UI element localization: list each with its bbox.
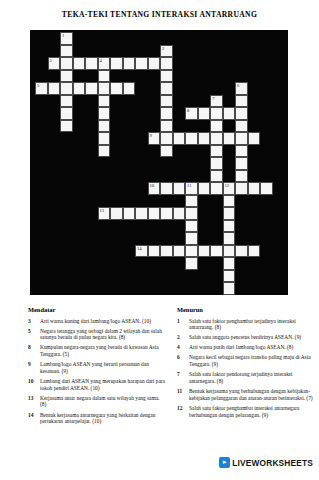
black-cell bbox=[160, 32, 173, 45]
liveworksheets-logo-text: LIVEWORKSHEETS bbox=[232, 458, 313, 468]
black-cell bbox=[148, 282, 161, 295]
clue-num-label: 1 bbox=[177, 318, 186, 331]
black-cell bbox=[235, 45, 248, 58]
cell-r5c10[interactable] bbox=[160, 95, 173, 108]
cell-r8c12[interactable] bbox=[185, 132, 198, 145]
black-cell bbox=[48, 132, 61, 145]
black-cell bbox=[185, 45, 198, 58]
clue-number-9: 9 bbox=[150, 133, 152, 138]
black-cell bbox=[160, 170, 173, 183]
black-cell bbox=[223, 170, 236, 183]
cell-r12c13[interactable] bbox=[198, 182, 211, 195]
down-clue-11: 11Bentuk kerjasama yang berhubungan deng… bbox=[177, 388, 314, 401]
clue-text: Salah satu anggota pencetus berdirinya A… bbox=[186, 334, 314, 341]
black-cell bbox=[110, 107, 123, 120]
cell-r8c13[interactable] bbox=[198, 132, 211, 145]
black-cell bbox=[198, 257, 211, 270]
clue-number-5: 5 bbox=[37, 83, 39, 88]
cell-r6c13[interactable] bbox=[198, 107, 211, 120]
black-cell bbox=[148, 220, 161, 233]
cell-r5c14[interactable]: 7 bbox=[210, 95, 223, 108]
black-cell bbox=[48, 195, 61, 208]
black-cell bbox=[35, 45, 48, 58]
cell-r14c9[interactable] bbox=[148, 207, 161, 220]
cell-r4c7[interactable] bbox=[123, 82, 136, 95]
black-cell bbox=[35, 170, 48, 183]
black-cell bbox=[210, 57, 223, 70]
black-cell bbox=[48, 107, 61, 120]
cell-r17c12[interactable] bbox=[185, 245, 198, 258]
cell-r17c15[interactable] bbox=[223, 245, 236, 258]
cell-r3c5[interactable] bbox=[98, 70, 111, 83]
cell-r2c4[interactable] bbox=[85, 57, 98, 70]
black-cell bbox=[210, 195, 223, 208]
cell-r2c10[interactable] bbox=[160, 57, 173, 70]
across-clue-list: 3Arti warna kuning dari lambang/logo ASE… bbox=[28, 318, 165, 425]
black-cell bbox=[210, 270, 223, 283]
black-cell bbox=[135, 220, 148, 233]
down-clue-list: 1Salah satu faktor penghambat terjadinya… bbox=[177, 318, 314, 419]
cell-r8c11[interactable] bbox=[173, 132, 186, 145]
cell-r17c17[interactable] bbox=[248, 245, 261, 258]
black-cell bbox=[85, 45, 98, 58]
black-cell bbox=[235, 32, 248, 45]
clue-number-7: 7 bbox=[212, 96, 214, 101]
cell-r12c14[interactable] bbox=[210, 182, 223, 195]
cell-r8c10[interactable] bbox=[160, 132, 173, 145]
black-cell bbox=[160, 257, 173, 270]
black-cell bbox=[85, 120, 98, 133]
black-cell bbox=[85, 95, 98, 108]
black-cell bbox=[260, 270, 273, 283]
black-cell bbox=[60, 157, 73, 170]
black-cell bbox=[73, 45, 86, 58]
cell-r17c16[interactable] bbox=[235, 245, 248, 258]
clue-num-label: 14 bbox=[28, 412, 37, 425]
black-cell bbox=[110, 232, 123, 245]
black-cell bbox=[260, 82, 273, 95]
black-cell bbox=[248, 170, 261, 183]
black-cell bbox=[235, 57, 248, 70]
black-cell bbox=[60, 182, 73, 195]
black-cell bbox=[148, 107, 161, 120]
black-cell bbox=[35, 245, 48, 258]
cell-r14c6[interactable] bbox=[110, 207, 123, 220]
black-cell bbox=[260, 32, 273, 45]
black-cell bbox=[123, 270, 136, 283]
black-cell bbox=[185, 57, 198, 70]
black-cell bbox=[135, 132, 148, 145]
black-cell bbox=[135, 170, 148, 183]
black-cell bbox=[198, 232, 211, 245]
clue-number-2: 2 bbox=[162, 46, 164, 51]
black-cell bbox=[260, 120, 273, 133]
cell-r14c12[interactable] bbox=[185, 207, 198, 220]
cell-r11c16[interactable] bbox=[235, 170, 248, 183]
black-cell bbox=[260, 57, 273, 70]
across-clue-5: 5Negara tetangga yang terbagi dalam 2 wi… bbox=[28, 328, 165, 341]
cell-r10c14[interactable] bbox=[210, 157, 223, 170]
black-cell bbox=[85, 270, 98, 283]
black-cell bbox=[185, 32, 198, 45]
cell-r4c5[interactable] bbox=[98, 82, 111, 95]
black-cell bbox=[198, 220, 211, 233]
clue-text: Negara kecil sebagai negara transito pal… bbox=[186, 354, 314, 367]
black-cell bbox=[198, 207, 211, 220]
cell-r1c2[interactable] bbox=[60, 45, 73, 58]
black-cell bbox=[110, 195, 123, 208]
black-cell bbox=[148, 45, 161, 58]
cell-r12c12[interactable]: 11 bbox=[185, 182, 198, 195]
cell-r8c5[interactable] bbox=[98, 132, 111, 145]
down-clue-4: 4Arti warna putih dari lambang/logo ASEA… bbox=[177, 344, 314, 351]
across-clue-10: 10Lambang dari ASEAN yang merupakan hara… bbox=[28, 378, 165, 391]
black-cell bbox=[85, 207, 98, 220]
black-cell bbox=[135, 70, 148, 83]
black-cell bbox=[248, 220, 261, 233]
across-clue-14: 14Bentuk kerjasama antarnegara yang berk… bbox=[28, 412, 165, 425]
black-cell bbox=[260, 132, 273, 145]
clue-text: Arti warna kuning dari lambang/logo ASEA… bbox=[37, 318, 165, 325]
black-cell bbox=[123, 157, 136, 170]
clue-num-label: 7 bbox=[177, 371, 186, 384]
black-cell bbox=[135, 157, 148, 170]
cell-r6c10[interactable] bbox=[160, 107, 173, 120]
cell-r8c9[interactable]: 9 bbox=[148, 132, 161, 145]
clue-number-13: 13 bbox=[100, 208, 105, 213]
black-cell bbox=[123, 282, 136, 295]
black-cell bbox=[210, 220, 223, 233]
cell-r12c18[interactable] bbox=[260, 182, 273, 195]
black-cell bbox=[223, 45, 236, 58]
cell-r11c14[interactable] bbox=[210, 170, 223, 183]
black-cell bbox=[123, 182, 136, 195]
black-cell bbox=[235, 70, 248, 83]
black-cell bbox=[35, 132, 48, 145]
cell-r15c15[interactable] bbox=[223, 220, 236, 233]
black-cell bbox=[48, 157, 61, 170]
black-cell bbox=[123, 120, 136, 133]
black-cell bbox=[48, 245, 61, 258]
black-cell bbox=[73, 282, 86, 295]
cell-r6c15[interactable] bbox=[223, 107, 236, 120]
black-cell bbox=[48, 232, 61, 245]
black-cell bbox=[260, 207, 273, 220]
cell-r4c0[interactable]: 5 bbox=[35, 82, 48, 95]
cell-r4c10[interactable] bbox=[160, 82, 173, 95]
clue-num-label: 5 bbox=[28, 328, 37, 341]
black-cell bbox=[173, 282, 186, 295]
black-cell bbox=[98, 45, 111, 58]
black-cell bbox=[198, 32, 211, 45]
cell-r12c15[interactable]: 12 bbox=[223, 182, 236, 195]
black-cell bbox=[185, 157, 198, 170]
cell-r12c11[interactable] bbox=[173, 182, 186, 195]
black-cell bbox=[85, 195, 98, 208]
black-cell bbox=[60, 132, 73, 145]
black-cell bbox=[73, 70, 86, 83]
black-cell bbox=[73, 145, 86, 158]
cell-r4c2[interactable] bbox=[60, 82, 73, 95]
across-clue-13: 13Kerjasama antar negara dalam satu wila… bbox=[28, 395, 165, 408]
cell-r12c10[interactable] bbox=[160, 182, 173, 195]
black-cell bbox=[98, 157, 111, 170]
black-cell bbox=[135, 32, 148, 45]
across-clue-9: 9Lambang/logo ASEAN yang berarti persatu… bbox=[28, 361, 165, 374]
cell-r14c8[interactable] bbox=[135, 207, 148, 220]
cell-r7c14[interactable] bbox=[210, 120, 223, 133]
clue-num-label: 6 bbox=[177, 354, 186, 367]
black-cell bbox=[148, 195, 161, 208]
cell-r2c3[interactable] bbox=[73, 57, 86, 70]
black-cell bbox=[35, 32, 48, 45]
black-cell bbox=[260, 95, 273, 108]
cell-r9c5[interactable] bbox=[98, 145, 111, 158]
cell-r2c9[interactable] bbox=[148, 57, 161, 70]
crossword-board: 1234567891011121314 bbox=[30, 30, 288, 295]
cell-r14c15[interactable] bbox=[223, 207, 236, 220]
cell-r9c14[interactable] bbox=[210, 145, 223, 158]
cell-r14c7[interactable] bbox=[123, 207, 136, 220]
black-cell bbox=[148, 95, 161, 108]
black-cell bbox=[35, 282, 48, 295]
black-cell bbox=[35, 195, 48, 208]
cell-r7c10[interactable] bbox=[160, 120, 173, 133]
black-cell bbox=[135, 257, 148, 270]
cell-r2c6[interactable] bbox=[110, 57, 123, 70]
clue-num-label: 13 bbox=[28, 395, 37, 408]
cell-r5c16[interactable] bbox=[235, 95, 248, 108]
black-cell bbox=[35, 220, 48, 233]
black-cell bbox=[248, 232, 261, 245]
black-cell bbox=[235, 282, 248, 295]
cell-r12c16[interactable] bbox=[235, 182, 248, 195]
clue-number-6: 6 bbox=[237, 83, 239, 88]
black-cell bbox=[198, 170, 211, 183]
black-cell bbox=[110, 270, 123, 283]
black-cell bbox=[185, 70, 198, 83]
cell-r14c5[interactable]: 13 bbox=[98, 207, 111, 220]
black-cell bbox=[60, 220, 73, 233]
black-cell bbox=[198, 95, 211, 108]
cell-r14c10[interactable] bbox=[160, 207, 173, 220]
black-cell bbox=[260, 282, 273, 295]
cell-r18c12[interactable] bbox=[185, 257, 198, 270]
cell-r6c5[interactable] bbox=[98, 107, 111, 120]
black-cell bbox=[110, 170, 123, 183]
black-cell bbox=[73, 95, 86, 108]
black-cell bbox=[110, 282, 123, 295]
black-cell bbox=[173, 257, 186, 270]
black-cell bbox=[160, 195, 173, 208]
cell-r9c10[interactable] bbox=[160, 145, 173, 158]
cell-r7c2[interactable] bbox=[60, 120, 73, 133]
black-cell bbox=[110, 45, 123, 58]
black-cell bbox=[260, 107, 273, 120]
black-cell bbox=[123, 170, 136, 183]
cell-r6c2[interactable] bbox=[60, 107, 73, 120]
black-cell bbox=[35, 157, 48, 170]
black-cell bbox=[123, 32, 136, 45]
cell-r3c2[interactable] bbox=[60, 70, 73, 83]
black-cell bbox=[110, 220, 123, 233]
cell-r17c14[interactable] bbox=[210, 245, 223, 258]
clue-text: Lambang dari ASEAN yang merupakan harapa… bbox=[37, 378, 165, 391]
black-cell bbox=[135, 282, 148, 295]
clue-number-12: 12 bbox=[225, 183, 230, 188]
cell-r13c12[interactable] bbox=[185, 195, 198, 208]
clues-section: Mendatar 3Arti warna kuning dari lambang… bbox=[28, 306, 314, 428]
black-cell bbox=[248, 207, 261, 220]
black-cell bbox=[85, 145, 98, 158]
black-cell bbox=[148, 157, 161, 170]
black-cell bbox=[248, 120, 261, 133]
black-cell bbox=[48, 257, 61, 270]
black-cell bbox=[48, 207, 61, 220]
cell-r17c10[interactable] bbox=[160, 245, 173, 258]
across-clue-8: 8Kumpulan negara-negara yang berada di k… bbox=[28, 344, 165, 357]
black-cell bbox=[73, 232, 86, 245]
black-cell bbox=[35, 70, 48, 83]
black-cell bbox=[173, 32, 186, 45]
cell-r17c11[interactable] bbox=[173, 245, 186, 258]
black-cell bbox=[248, 45, 261, 58]
cell-r5c2[interactable] bbox=[60, 95, 73, 108]
down-clue-1: 1Salah satu faktor penghambat terjadinya… bbox=[177, 318, 314, 331]
cell-r10c16[interactable] bbox=[235, 157, 248, 170]
cell-r6c14[interactable] bbox=[210, 107, 223, 120]
clue-text: Bentuk kerjasama yang berhubungan dengan… bbox=[186, 388, 314, 401]
black-cell bbox=[110, 257, 123, 270]
cell-r2c8[interactable] bbox=[135, 57, 148, 70]
black-cell bbox=[248, 157, 261, 170]
cell-r17c8[interactable]: 14 bbox=[135, 245, 148, 258]
black-cell bbox=[110, 132, 123, 145]
black-cell bbox=[98, 232, 111, 245]
clue-number-11: 11 bbox=[187, 183, 191, 188]
cell-r12c17[interactable] bbox=[248, 182, 261, 195]
clue-number-4: 4 bbox=[100, 58, 102, 63]
cell-r1c10[interactable]: 2 bbox=[160, 45, 173, 58]
clue-num-label: 2 bbox=[177, 334, 186, 341]
black-cell bbox=[73, 270, 86, 283]
black-cell bbox=[135, 232, 148, 245]
black-cell bbox=[60, 170, 73, 183]
clue-number-1: 1 bbox=[62, 33, 64, 38]
cell-r19c15[interactable] bbox=[223, 270, 236, 283]
cell-r16c15[interactable] bbox=[223, 232, 236, 245]
black-cell bbox=[85, 220, 98, 233]
cell-r4c6[interactable] bbox=[110, 82, 123, 95]
cell-r13c15[interactable] bbox=[223, 195, 236, 208]
clue-text: Salah satu faktor penghambat interaksi a… bbox=[186, 405, 314, 418]
cell-r2c7[interactable] bbox=[123, 57, 136, 70]
cell-r4c3[interactable] bbox=[73, 82, 86, 95]
cell-r8c15[interactable] bbox=[223, 132, 236, 145]
black-cell bbox=[173, 157, 186, 170]
cell-r6c12[interactable]: 8 bbox=[185, 107, 198, 120]
cell-r17c13[interactable] bbox=[198, 245, 211, 258]
black-cell bbox=[73, 245, 86, 258]
black-cell bbox=[160, 232, 173, 245]
black-cell bbox=[185, 120, 198, 133]
black-cell bbox=[260, 195, 273, 208]
clue-text: Bentuk kerjasama antarnegara yang berkai… bbox=[37, 412, 165, 425]
clue-num-label: 3 bbox=[28, 318, 37, 325]
black-cell bbox=[48, 270, 61, 283]
black-cell bbox=[260, 245, 273, 258]
clue-text: Lambang/logo ASEAN yang berarti persatua… bbox=[37, 361, 165, 374]
black-cell bbox=[35, 232, 48, 245]
black-cell bbox=[248, 195, 261, 208]
cell-r4c1[interactable] bbox=[48, 82, 61, 95]
black-cell bbox=[35, 107, 48, 120]
cell-r14c11[interactable] bbox=[173, 207, 186, 220]
black-cell bbox=[98, 32, 111, 45]
cell-r17c9[interactable] bbox=[148, 245, 161, 258]
black-cell bbox=[248, 270, 261, 283]
cell-r3c10[interactable] bbox=[160, 70, 173, 83]
cell-r5c5[interactable] bbox=[98, 95, 111, 108]
black-cell bbox=[148, 257, 161, 270]
black-cell bbox=[223, 95, 236, 108]
cell-r15c12[interactable] bbox=[185, 220, 198, 233]
cell-r6c16[interactable] bbox=[235, 107, 248, 120]
cell-r20c15[interactable] bbox=[223, 282, 236, 295]
black-cell bbox=[110, 182, 123, 195]
cell-r16c12[interactable] bbox=[185, 232, 198, 245]
cell-r4c4[interactable] bbox=[85, 82, 98, 95]
black-cell bbox=[248, 32, 261, 45]
cell-r8c16[interactable] bbox=[235, 132, 248, 145]
black-cell bbox=[248, 82, 261, 95]
black-cell bbox=[223, 120, 236, 133]
black-cell bbox=[248, 282, 261, 295]
black-cell bbox=[35, 182, 48, 195]
cell-r9c16[interactable] bbox=[235, 145, 248, 158]
black-cell bbox=[173, 95, 186, 108]
cell-r2c5[interactable]: 4 bbox=[98, 57, 111, 70]
black-cell bbox=[35, 95, 48, 108]
cell-r4c16[interactable]: 6 bbox=[235, 82, 248, 95]
cell-r2c1[interactable]: 3 bbox=[48, 57, 61, 70]
down-clue-12: 12Salah satu faktor penghambat interaksi… bbox=[177, 405, 314, 418]
black-cell bbox=[135, 270, 148, 283]
black-cell bbox=[123, 245, 136, 258]
cell-r8c17[interactable] bbox=[248, 132, 261, 145]
clue-text: Kerjasama antar negara dalam satu wilaya… bbox=[37, 395, 165, 408]
cell-r7c16[interactable] bbox=[235, 120, 248, 133]
cell-r7c5[interactable] bbox=[98, 120, 111, 133]
black-cell bbox=[248, 70, 261, 83]
black-cell bbox=[60, 270, 73, 283]
black-cell bbox=[35, 120, 48, 133]
cell-r18c15[interactable] bbox=[223, 257, 236, 270]
black-cell bbox=[135, 45, 148, 58]
black-cell bbox=[60, 282, 73, 295]
black-cell bbox=[135, 195, 148, 208]
black-cell bbox=[35, 207, 48, 220]
cell-r0c2[interactable]: 1 bbox=[60, 32, 73, 45]
black-cell bbox=[160, 282, 173, 295]
black-cell bbox=[223, 70, 236, 83]
cell-r12c9[interactable]: 10 bbox=[148, 182, 161, 195]
cell-r8c14[interactable] bbox=[210, 132, 223, 145]
across-header: Mendatar bbox=[28, 306, 165, 313]
black-cell bbox=[248, 95, 261, 108]
cell-r2c2[interactable] bbox=[60, 57, 73, 70]
black-cell bbox=[235, 195, 248, 208]
